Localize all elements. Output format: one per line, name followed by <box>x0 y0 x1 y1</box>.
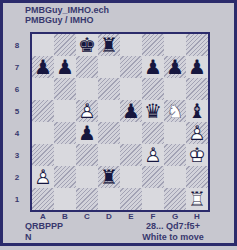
rank-label-2: 2 <box>10 166 24 188</box>
square-a1[interactable] <box>32 188 54 210</box>
square-h6[interactable] <box>186 78 208 100</box>
square-g1[interactable] <box>164 188 186 210</box>
rank-label-7: 7 <box>10 56 24 78</box>
rank-label-5: 5 <box>10 100 24 122</box>
square-b1[interactable] <box>54 188 76 210</box>
square-h5[interactable]: ♝ <box>186 100 208 122</box>
square-h2[interactable] <box>186 166 208 188</box>
square-b5[interactable] <box>54 100 76 122</box>
piece-black-bishop: ♝ <box>186 100 208 122</box>
piece-outline: ♘ <box>164 100 186 122</box>
square-d2[interactable]: ♜ <box>98 166 120 188</box>
square-e2[interactable] <box>120 166 142 188</box>
piece-black-king: ♚ <box>76 34 98 56</box>
square-c2[interactable] <box>76 166 98 188</box>
rank-label-1: 1 <box>10 188 24 210</box>
piece-outline: ♙ <box>186 122 208 144</box>
square-f5[interactable]: ♛ <box>142 100 164 122</box>
turn-indicator: White to move <box>130 232 216 243</box>
square-d6[interactable] <box>98 78 120 100</box>
square-c7[interactable] <box>76 56 98 78</box>
square-h1[interactable]: ♜♖ <box>186 188 208 210</box>
square-b6[interactable] <box>54 78 76 100</box>
piece-black-pawn: ♟ <box>32 56 54 78</box>
square-g2[interactable] <box>164 166 186 188</box>
piece-white-pawn: ♟♙ <box>76 100 98 122</box>
square-g5[interactable]: ♞♘ <box>164 100 186 122</box>
square-a4[interactable] <box>32 122 54 144</box>
move-info: 28... Qd7:f5+ White to move <box>130 221 216 243</box>
square-b7[interactable]: ♟ <box>54 56 76 78</box>
piece-black-pawn: ♟ <box>142 56 164 78</box>
square-c1[interactable] <box>76 188 98 210</box>
square-h3[interactable]: ♚♔ <box>186 144 208 166</box>
piece-white-knight: ♞♘ <box>164 100 186 122</box>
square-g6[interactable] <box>164 78 186 100</box>
square-g7[interactable]: ♟ <box>164 56 186 78</box>
square-g4[interactable] <box>164 122 186 144</box>
rank-label-6: 6 <box>10 78 24 100</box>
piece-white-pawn: ♟♙ <box>32 166 54 188</box>
square-g3[interactable] <box>164 144 186 166</box>
rank-label-4: 4 <box>10 122 24 144</box>
square-a3[interactable] <box>32 144 54 166</box>
square-b3[interactable] <box>54 144 76 166</box>
square-b8[interactable] <box>54 34 76 56</box>
piece-black-rook: ♜ <box>98 34 120 56</box>
piece-black-queen: ♛ <box>142 100 164 122</box>
square-e8[interactable] <box>120 34 142 56</box>
square-d8[interactable]: ♜ <box>98 34 120 56</box>
square-h8[interactable] <box>186 34 208 56</box>
square-e6[interactable] <box>120 78 142 100</box>
piece-white-rook: ♜♖ <box>186 188 208 210</box>
square-d7[interactable] <box>98 56 120 78</box>
square-h7[interactable]: ♟ <box>186 56 208 78</box>
piece-outline: ♙ <box>76 100 98 122</box>
square-a5[interactable] <box>32 100 54 122</box>
square-d1[interactable] <box>98 188 120 210</box>
square-f8[interactable] <box>142 34 164 56</box>
square-d4[interactable] <box>98 122 120 144</box>
piece-black-pawn: ♟ <box>186 56 208 78</box>
square-c6[interactable] <box>76 78 98 100</box>
piece-black-pawn: ♟ <box>54 56 76 78</box>
square-d5[interactable] <box>98 100 120 122</box>
square-e5[interactable]: ♟ <box>120 100 142 122</box>
material-balance: QRBPPP N <box>25 221 63 243</box>
square-c3[interactable] <box>76 144 98 166</box>
material-black-advantage: QRBPPP <box>25 221 63 232</box>
material-white-advantage: N <box>25 232 63 243</box>
piece-outline: ♙ <box>32 166 54 188</box>
piece-black-pawn: ♟ <box>164 56 186 78</box>
rank-labels: 87654321 <box>10 34 24 210</box>
file-label-C: C <box>76 212 98 222</box>
square-g8[interactable] <box>164 34 186 56</box>
square-a8[interactable] <box>32 34 54 56</box>
piece-white-pawn: ♟♙ <box>186 122 208 144</box>
piece-white-king: ♚♔ <box>186 144 208 166</box>
piece-outline: ♙ <box>142 144 164 166</box>
square-c8[interactable]: ♚ <box>76 34 98 56</box>
piece-white-pawn: ♟♙ <box>142 144 164 166</box>
square-f2[interactable] <box>142 166 164 188</box>
square-a2[interactable]: ♟♙ <box>32 166 54 188</box>
square-c5[interactable]: ♟♙ <box>76 100 98 122</box>
square-c4[interactable]: ♟ <box>76 122 98 144</box>
rank-label-3: 3 <box>10 144 24 166</box>
chess-board: ♚♜♟♟♟♟♟♟♙♟♛♞♘♝♟♟♙♟♙♚♔♟♙♜♜♖ <box>30 32 210 212</box>
square-f1[interactable] <box>142 188 164 210</box>
square-e3[interactable] <box>120 144 142 166</box>
piece-black-pawn: ♟ <box>76 122 98 144</box>
square-f6[interactable] <box>142 78 164 100</box>
square-e4[interactable] <box>120 122 142 144</box>
square-d3[interactable] <box>98 144 120 166</box>
piece-black-rook: ♜ <box>98 166 120 188</box>
square-f3[interactable]: ♟♙ <box>142 144 164 166</box>
game-filename: PMBGuy_IMHO.ech <box>25 5 109 15</box>
square-b4[interactable] <box>54 122 76 144</box>
rank-label-8: 8 <box>10 34 24 56</box>
players-label: PMBGuy / IMHO <box>25 15 94 25</box>
square-a7[interactable]: ♟ <box>32 56 54 78</box>
square-a6[interactable] <box>32 78 54 100</box>
piece-outline: ♖ <box>186 188 208 210</box>
last-move-label: 28... Qd7:f5+ <box>130 221 216 232</box>
square-f7[interactable]: ♟ <box>142 56 164 78</box>
square-h4[interactable]: ♟♙ <box>186 122 208 144</box>
square-f4[interactable] <box>142 122 164 144</box>
square-e1[interactable] <box>120 188 142 210</box>
square-b2[interactable] <box>54 166 76 188</box>
square-e7[interactable] <box>120 56 142 78</box>
piece-black-pawn: ♟ <box>120 100 142 122</box>
piece-outline: ♔ <box>186 144 208 166</box>
file-label-D: D <box>98 212 120 222</box>
